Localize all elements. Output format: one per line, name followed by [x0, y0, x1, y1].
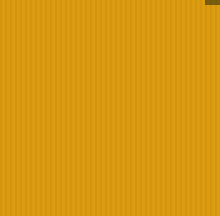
go-app-window — [0, 0, 220, 216]
board-right-shadow — [215, 6, 220, 216]
board-top-highlight — [0, 5, 220, 7]
board-right-edge — [207, 6, 216, 216]
go-board[interactable] — [0, 0, 220, 216]
